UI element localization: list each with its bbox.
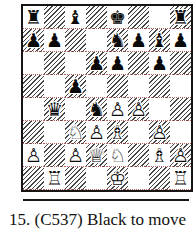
white-pawn-piece: ♟♙ (86, 121, 107, 143)
square-d2: ♛♕ (86, 144, 107, 167)
square-d5 (86, 75, 107, 98)
black-pawn-piece: ♟♟ (44, 29, 65, 51)
square-b1: ♜♖ (44, 167, 65, 190)
piece-glyph: ♙ (65, 144, 86, 166)
square-a7: ♟♟ (23, 29, 44, 52)
square-b2 (44, 144, 65, 167)
square-g2: ♝♗ (149, 144, 170, 167)
square-h7: ♟♟ (170, 29, 191, 52)
black-pawn-piece: ♟♟ (107, 52, 128, 74)
square-g1 (149, 167, 170, 190)
piece-glyph: ♟ (65, 75, 86, 97)
square-b8 (44, 6, 65, 29)
square-a3 (23, 121, 44, 144)
caption-separator-line (23, 199, 189, 201)
square-g4 (149, 98, 170, 121)
square-h2: ♟♙ (170, 144, 191, 167)
white-pawn-piece: ♟♙ (65, 144, 86, 166)
piece-glyph: ♟ (23, 29, 44, 51)
square-d7 (86, 29, 107, 52)
black-pawn-piece: ♟♟ (149, 52, 170, 74)
square-f4: ♟♙ (128, 98, 149, 121)
piece-glyph: ♘ (65, 121, 86, 143)
square-h8: ♜♜ (170, 6, 191, 29)
square-b3 (44, 121, 65, 144)
square-a2: ♟♙ (23, 144, 44, 167)
piece-glyph: ♟ (149, 52, 170, 74)
piece-glyph: ♟ (86, 52, 107, 74)
black-king-piece: ♚♚ (107, 6, 128, 28)
scanned-puzzle-page: ♜♜♝♝♚♚♜♜♟♟♟♟♞♞♟♟♝♝♟♟♟♟♟♟♟♟♟♟♛♛♞♞♟♙♟♙♞♘♟♙… (0, 0, 195, 239)
square-a5 (23, 75, 44, 98)
square-h6 (170, 52, 191, 75)
white-queen-piece: ♛♕ (86, 144, 107, 166)
chess-board: ♜♜♝♝♚♚♜♜♟♟♟♟♞♞♟♟♝♝♟♟♟♟♟♟♟♟♟♟♛♛♞♞♟♙♟♙♞♘♟♙… (21, 4, 193, 192)
white-rook-piece: ♜♖ (170, 167, 191, 189)
board-grid: ♜♜♝♝♚♚♜♜♟♟♟♟♞♞♟♟♝♝♟♟♟♟♟♟♟♟♟♟♛♛♞♞♟♙♟♙♞♘♟♙… (23, 6, 191, 190)
white-pawn-piece: ♟♙ (128, 98, 149, 120)
square-f1 (128, 167, 149, 190)
square-h1: ♜♖ (170, 167, 191, 190)
square-f5 (128, 75, 149, 98)
black-pawn-piece: ♟♟ (170, 29, 191, 51)
black-pawn-piece: ♟♟ (128, 29, 149, 51)
white-rook-piece: ♜♖ (44, 167, 65, 189)
white-pawn-piece: ♟♙ (149, 121, 170, 143)
piece-glyph: ♗ (149, 144, 170, 166)
piece-glyph: ♗ (107, 121, 128, 143)
black-rook-piece: ♜♜ (170, 6, 191, 28)
piece-glyph: ♖ (170, 167, 191, 189)
square-c4 (65, 98, 86, 121)
piece-glyph: ♙ (23, 144, 44, 166)
square-f3 (128, 121, 149, 144)
square-f2 (128, 144, 149, 167)
square-e5 (107, 75, 128, 98)
square-b4: ♛♛ (44, 98, 65, 121)
black-pawn-piece: ♟♟ (23, 29, 44, 51)
square-f8 (128, 6, 149, 29)
black-bishop-piece: ♝♝ (149, 29, 170, 51)
square-e6: ♟♟ (107, 52, 128, 75)
square-f7: ♟♟ (128, 29, 149, 52)
square-g6: ♟♟ (149, 52, 170, 75)
square-f6 (128, 52, 149, 75)
square-g3: ♟♙ (149, 121, 170, 144)
piece-glyph: ♘ (107, 144, 128, 166)
piece-glyph: ♙ (107, 98, 128, 120)
piece-glyph: ♔ (107, 167, 128, 189)
square-a8: ♜♜ (23, 6, 44, 29)
square-c6 (65, 52, 86, 75)
square-e7: ♞♞ (107, 29, 128, 52)
piece-glyph: ♙ (149, 121, 170, 143)
square-d3: ♟♙ (86, 121, 107, 144)
square-e8: ♚♚ (107, 6, 128, 29)
piece-glyph: ♙ (86, 121, 107, 143)
square-d8 (86, 6, 107, 29)
piece-glyph: ♝ (149, 29, 170, 51)
white-knight-piece: ♞♘ (65, 121, 86, 143)
white-bishop-piece: ♝♗ (107, 121, 128, 143)
black-pawn-piece: ♟♟ (86, 52, 107, 74)
piece-glyph: ♙ (170, 144, 191, 166)
piece-glyph: ♟ (107, 52, 128, 74)
square-a1 (23, 167, 44, 190)
square-b5 (44, 75, 65, 98)
black-queen-piece: ♛♛ (44, 98, 65, 120)
piece-glyph: ♞ (86, 98, 107, 120)
square-b7: ♟♟ (44, 29, 65, 52)
white-pawn-piece: ♟♙ (23, 144, 44, 166)
black-pawn-piece: ♟♟ (65, 75, 86, 97)
square-g5 (149, 75, 170, 98)
white-knight-piece: ♞♘ (107, 144, 128, 166)
piece-glyph: ♕ (86, 144, 107, 166)
square-c1 (65, 167, 86, 190)
black-knight-piece: ♞♞ (107, 29, 128, 51)
white-pawn-piece: ♟♙ (170, 144, 191, 166)
black-rook-piece: ♜♜ (23, 6, 44, 28)
square-c7 (65, 29, 86, 52)
black-bishop-piece: ♝♝ (65, 6, 86, 28)
piece-glyph: ♖ (44, 167, 65, 189)
piece-glyph: ♝ (65, 6, 86, 28)
diagram-caption: 15. (C537) Black to move (0, 210, 195, 230)
square-d6: ♟♟ (86, 52, 107, 75)
square-a6 (23, 52, 44, 75)
white-pawn-piece: ♟♙ (107, 98, 128, 120)
square-c5: ♟♟ (65, 75, 86, 98)
piece-glyph: ♚ (107, 6, 128, 28)
square-h5 (170, 75, 191, 98)
square-g7: ♝♝ (149, 29, 170, 52)
piece-glyph: ♟ (128, 29, 149, 51)
square-g8 (149, 6, 170, 29)
piece-glyph: ♜ (170, 6, 191, 28)
piece-glyph: ♙ (128, 98, 149, 120)
piece-glyph: ♜ (23, 6, 44, 28)
piece-glyph: ♟ (170, 29, 191, 51)
square-b6 (44, 52, 65, 75)
square-e3: ♝♗ (107, 121, 128, 144)
piece-glyph: ♛ (44, 98, 65, 120)
white-bishop-piece: ♝♗ (149, 144, 170, 166)
square-h4 (170, 98, 191, 121)
square-h3 (170, 121, 191, 144)
square-d1 (86, 167, 107, 190)
piece-glyph: ♞ (107, 29, 128, 51)
square-e2: ♞♘ (107, 144, 128, 167)
square-c3: ♞♘ (65, 121, 86, 144)
piece-glyph: ♟ (44, 29, 65, 51)
square-c8: ♝♝ (65, 6, 86, 29)
square-d4: ♞♞ (86, 98, 107, 121)
square-e4: ♟♙ (107, 98, 128, 121)
square-a4 (23, 98, 44, 121)
square-e1: ♚♔ (107, 167, 128, 190)
white-king-piece: ♚♔ (107, 167, 128, 189)
black-knight-piece: ♞♞ (86, 98, 107, 120)
square-c2: ♟♙ (65, 144, 86, 167)
